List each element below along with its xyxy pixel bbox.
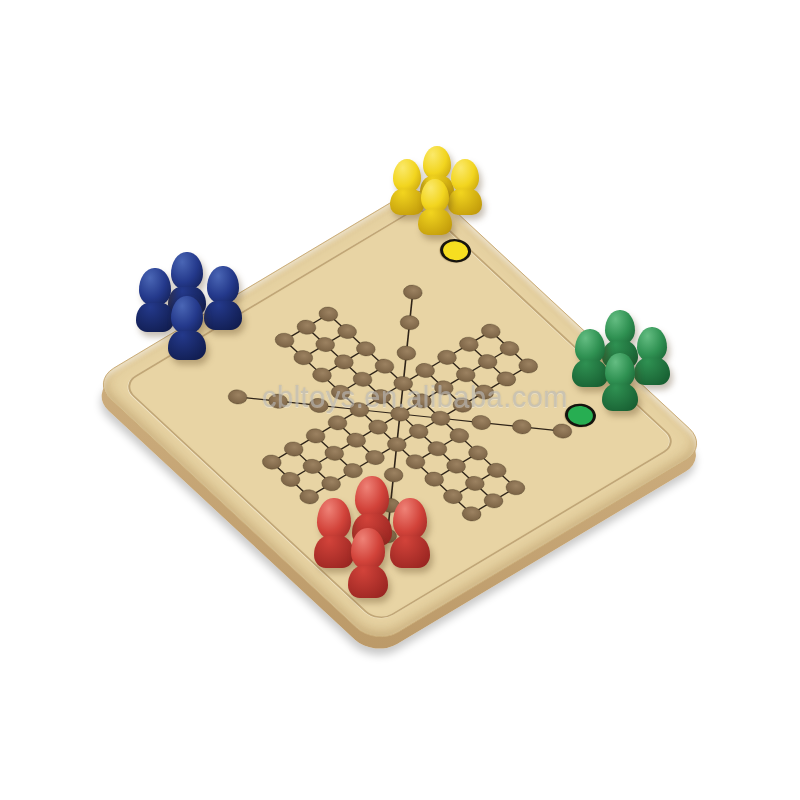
peg-red-3[interactable] (390, 498, 430, 568)
pegs-layer (0, 0, 800, 800)
peg-green-4[interactable] (602, 353, 638, 411)
peg-red-4[interactable] (348, 528, 388, 598)
peg-yellow-3[interactable] (448, 159, 482, 215)
product-photo-scene: cbltoys.en.alibaba.com (0, 0, 800, 800)
peg-blue-3[interactable] (204, 266, 242, 330)
peg-blue-4[interactable] (168, 296, 206, 360)
peg-green-3[interactable] (634, 327, 670, 385)
peg-yellow-4[interactable] (418, 179, 452, 235)
